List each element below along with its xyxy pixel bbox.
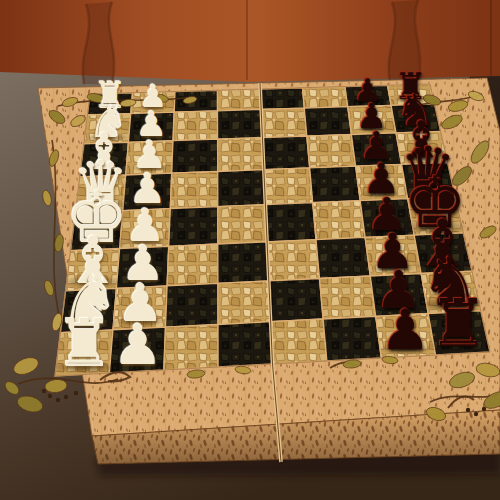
chess-photo-scene: ♜♞♝♛♚♝♞♜♟♟♟♟♟♟♟♟♟♟♟♟♟♟♟♟♜♞♝♛♚♝♞♜ bbox=[0, 0, 500, 500]
pieces-layer: ♜♞♝♛♚♝♞♜♟♟♟♟♟♟♟♟♟♟♟♟♟♟♟♟♜♞♝♛♚♝♞♜ bbox=[0, 0, 500, 500]
piece-white-pawn: ♟ bbox=[104, 317, 171, 373]
piece-black-rook: ♜ bbox=[419, 291, 498, 357]
